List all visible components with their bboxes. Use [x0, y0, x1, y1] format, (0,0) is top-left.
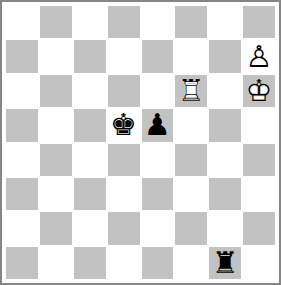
- square-g5[interactable]: [208, 108, 242, 142]
- square-b1[interactable]: [39, 246, 73, 280]
- square-e7[interactable]: [141, 39, 175, 73]
- square-f8[interactable]: [174, 5, 208, 39]
- square-c5[interactable]: [73, 108, 107, 142]
- white-king[interactable]: ♚♔: [243, 75, 275, 107]
- white-pawn-glyph: ♙: [242, 39, 276, 73]
- square-b6[interactable]: [39, 74, 73, 108]
- square-a4[interactable]: [5, 143, 39, 177]
- square-e5[interactable]: ♟: [141, 108, 175, 142]
- square-c8[interactable]: [73, 5, 107, 39]
- square-a8[interactable]: [5, 5, 39, 39]
- black-king-glyph: ♚: [107, 108, 141, 142]
- black-rook[interactable]: ♜: [209, 247, 241, 279]
- square-h7[interactable]: ♟♙: [242, 39, 276, 73]
- square-c7[interactable]: [73, 39, 107, 73]
- square-e4[interactable]: [141, 143, 175, 177]
- square-f1[interactable]: [174, 246, 208, 280]
- square-g3[interactable]: [208, 177, 242, 211]
- square-c1[interactable]: [73, 246, 107, 280]
- square-e3[interactable]: [141, 177, 175, 211]
- square-g4[interactable]: [208, 143, 242, 177]
- black-king[interactable]: ♚: [107, 108, 141, 142]
- square-g6[interactable]: [208, 74, 242, 108]
- chess-board: ♟♙♜♖♚♔♚♟♜: [0, 0, 281, 285]
- square-h2[interactable]: [242, 211, 276, 245]
- square-f2[interactable]: [174, 211, 208, 245]
- square-g2[interactable]: [208, 211, 242, 245]
- square-a7[interactable]: [5, 39, 39, 73]
- square-d4[interactable]: [107, 143, 141, 177]
- white-rook-glyph: ♖: [175, 75, 207, 107]
- square-b8[interactable]: [39, 5, 73, 39]
- square-e1[interactable]: [141, 246, 175, 280]
- black-pawn-glyph: ♟: [142, 109, 174, 141]
- square-a5[interactable]: [5, 108, 39, 142]
- square-f7[interactable]: [174, 39, 208, 73]
- square-d8[interactable]: [107, 5, 141, 39]
- square-h3[interactable]: [242, 177, 276, 211]
- square-b4[interactable]: [39, 143, 73, 177]
- square-d5[interactable]: ♚: [107, 108, 141, 142]
- square-f3[interactable]: [174, 177, 208, 211]
- square-g7[interactable]: [208, 39, 242, 73]
- black-rook-glyph: ♜: [209, 247, 241, 279]
- square-a6[interactable]: [5, 74, 39, 108]
- square-f6[interactable]: ♜♖: [174, 74, 208, 108]
- square-c2[interactable]: [73, 211, 107, 245]
- square-f5[interactable]: [174, 108, 208, 142]
- square-a3[interactable]: [5, 177, 39, 211]
- white-king-glyph: ♔: [243, 75, 275, 107]
- square-e6[interactable]: [141, 74, 175, 108]
- square-f4[interactable]: [174, 143, 208, 177]
- white-rook[interactable]: ♜♖: [175, 75, 207, 107]
- square-e8[interactable]: [141, 5, 175, 39]
- square-b2[interactable]: [39, 211, 73, 245]
- square-d7[interactable]: [107, 39, 141, 73]
- white-pawn[interactable]: ♟♙: [242, 39, 276, 73]
- square-h5[interactable]: [242, 108, 276, 142]
- chess-diagram: ♟♙♜♖♚♔♚♟♜: [0, 0, 281, 285]
- square-b5[interactable]: [39, 108, 73, 142]
- square-a1[interactable]: [5, 246, 39, 280]
- square-g8[interactable]: [208, 5, 242, 39]
- square-c6[interactable]: [73, 74, 107, 108]
- square-d3[interactable]: [107, 177, 141, 211]
- square-c3[interactable]: [73, 177, 107, 211]
- square-c4[interactable]: [73, 143, 107, 177]
- square-a2[interactable]: [5, 211, 39, 245]
- square-d2[interactable]: [107, 211, 141, 245]
- square-h4[interactable]: [242, 143, 276, 177]
- square-b7[interactable]: [39, 39, 73, 73]
- square-g1[interactable]: ♜: [208, 246, 242, 280]
- square-e2[interactable]: [141, 211, 175, 245]
- black-pawn[interactable]: ♟: [142, 109, 174, 141]
- square-b3[interactable]: [39, 177, 73, 211]
- square-h8[interactable]: [242, 5, 276, 39]
- square-d1[interactable]: [107, 246, 141, 280]
- square-d6[interactable]: [107, 74, 141, 108]
- square-h1[interactable]: [242, 246, 276, 280]
- square-h6[interactable]: ♚♔: [242, 74, 276, 108]
